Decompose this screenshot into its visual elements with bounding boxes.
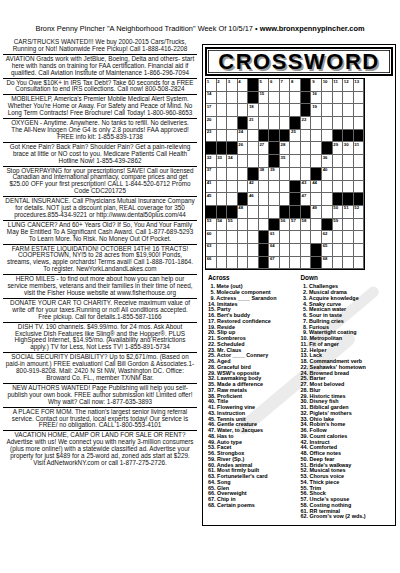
masthead-title: Bronx Penny Pincher "A Neighborhood Trad… xyxy=(35,24,259,33)
grid-cell[interactable] xyxy=(238,181,249,194)
classified-ad: MOBILEHELP, America's Premier Mobile Med… xyxy=(3,95,197,119)
cell-number: 21 xyxy=(249,117,254,122)
classified-ad: NEW AUTHORS WANTED! Page Publishing will… xyxy=(3,384,197,408)
cell-number: 46 xyxy=(249,193,254,198)
grid-cell[interactable] xyxy=(343,117,354,130)
grid-cell[interactable]: 28 xyxy=(280,142,291,155)
grid-cell[interactable] xyxy=(238,104,249,117)
grid-cell[interactable] xyxy=(343,104,354,117)
grid-cell-black xyxy=(248,92,259,105)
cell-number: 33 xyxy=(217,155,222,160)
classified-ad: DISH TV. 190 channels. $49.99/mo. for 24… xyxy=(3,323,197,354)
classified-ad: DONATE YOUR CAR TO CHARITY. Receive maxi… xyxy=(3,299,197,323)
grid-cell[interactable]: 62 xyxy=(322,231,333,244)
grid-cell[interactable] xyxy=(290,231,301,244)
grid-cell[interactable] xyxy=(301,168,312,181)
grid-cell[interactable] xyxy=(343,92,354,105)
grid-cell[interactable] xyxy=(311,117,322,130)
grid-cell[interactable]: 65 xyxy=(322,244,333,257)
grid-cell[interactable]: 3 xyxy=(227,79,238,92)
grid-cell[interactable]: 50 xyxy=(333,206,344,219)
grid-cell[interactable] xyxy=(280,92,291,105)
grid-cell[interactable] xyxy=(248,206,259,219)
grid-cell[interactable]: 41 xyxy=(206,181,217,194)
crossword-box: CROSSWORD 123456789101112131415161718192… xyxy=(202,44,396,526)
grid-cell[interactable] xyxy=(217,117,228,130)
grid-cell[interactable] xyxy=(269,117,280,130)
grid-cell-black xyxy=(311,244,322,257)
cell-number: 56 xyxy=(281,218,286,223)
masthead: Bronx Penny Pincher "A Neighborhood Trad… xyxy=(0,25,400,33)
crossword-clues: Across 1. Mete (out)5. Molecule componen… xyxy=(203,272,395,520)
grid-cell[interactable] xyxy=(311,219,322,232)
grid-cell[interactable] xyxy=(227,181,238,194)
grid-cell[interactable]: 43 xyxy=(301,181,312,194)
cell-number: 39 xyxy=(270,167,275,172)
cell-number: 38 xyxy=(259,167,264,172)
grid-cell[interactable] xyxy=(227,117,238,130)
grid-cell-black xyxy=(227,206,238,219)
classified-ad: DENTAL INSURANCE. Call Physicians Mutual… xyxy=(3,197,197,221)
cell-number: 30 xyxy=(344,142,349,147)
grid-cell[interactable]: 55 xyxy=(227,219,238,232)
grid-cell[interactable] xyxy=(343,219,354,232)
grid-cell[interactable]: 12 xyxy=(343,79,354,92)
grid-cell[interactable] xyxy=(259,155,270,168)
grid-cell[interactable] xyxy=(259,117,270,130)
grid-cell[interactable]: 18 xyxy=(248,104,259,117)
grid-cell[interactable]: 57 xyxy=(290,219,301,232)
newspaper-page: Bronx Penny Pincher "A Neighborhood Trad… xyxy=(0,0,400,573)
down-header: Down xyxy=(301,274,394,281)
grid-cell[interactable] xyxy=(217,231,228,244)
cell-number: 62 xyxy=(323,231,328,236)
cell-number: 1 xyxy=(207,79,209,84)
cell-number: 43 xyxy=(302,180,307,185)
grid-cell[interactable] xyxy=(280,244,291,257)
grid-cell[interactable]: 11 xyxy=(333,79,344,92)
grid-cell[interactable] xyxy=(217,181,228,194)
grid-cell[interactable]: 49 xyxy=(311,206,322,219)
across-header: Across xyxy=(208,274,301,281)
grid-cell[interactable]: 33 xyxy=(217,155,228,168)
grid-cell-black xyxy=(259,231,270,244)
grid-cell[interactable] xyxy=(322,193,333,206)
grid-cell[interactable] xyxy=(248,244,259,257)
grid-cell[interactable]: 16 xyxy=(311,92,322,105)
grid-cell[interactable]: 40 xyxy=(322,168,333,181)
grid-cell[interactable] xyxy=(290,257,301,270)
cell-number: 7 xyxy=(281,79,283,84)
grid-cell[interactable] xyxy=(322,92,333,105)
cell-number: 36 xyxy=(323,155,328,160)
grid-cell-black xyxy=(290,193,301,206)
grid-cell[interactable] xyxy=(343,231,354,244)
grid-cell[interactable] xyxy=(301,231,312,244)
grid-cell-black xyxy=(206,142,217,155)
grid-cell[interactable]: 19 xyxy=(311,104,322,117)
grid-cell[interactable] xyxy=(311,142,322,155)
grid-cell-black xyxy=(248,168,259,181)
grid-cell[interactable] xyxy=(238,92,249,105)
grid-cell[interactable] xyxy=(269,92,280,105)
grid-cell[interactable] xyxy=(248,231,259,244)
grid-cell[interactable] xyxy=(269,193,280,206)
grid-cell[interactable] xyxy=(343,181,354,194)
grid-cell[interactable]: 52 xyxy=(354,206,365,219)
grid-cell[interactable]: 44 xyxy=(311,181,322,194)
cell-number: 57 xyxy=(291,218,296,223)
cell-number: 25 xyxy=(291,129,296,134)
grid-cell[interactable] xyxy=(259,206,270,219)
grid-cell-black xyxy=(354,193,365,206)
grid-cell[interactable] xyxy=(354,244,365,257)
grid-cell[interactable]: 64 xyxy=(269,244,280,257)
grid-cell[interactable]: 31 xyxy=(354,142,365,155)
grid-cell-black xyxy=(333,193,344,206)
grid-cell[interactable] xyxy=(322,117,333,130)
cell-number: 27 xyxy=(259,142,264,147)
cell-number: 4 xyxy=(238,79,240,84)
cell-number: 53 xyxy=(207,218,212,223)
grid-cell[interactable] xyxy=(311,155,322,168)
grid-cell[interactable] xyxy=(238,244,249,257)
cell-number: 51 xyxy=(344,205,349,210)
grid-cell[interactable] xyxy=(259,181,270,194)
grid-cell[interactable] xyxy=(322,181,333,194)
cell-number: 13 xyxy=(354,79,359,84)
grid-cell[interactable] xyxy=(301,142,312,155)
grid-cell[interactable] xyxy=(322,104,333,117)
grid-cell[interactable] xyxy=(354,257,365,270)
grid-cell[interactable] xyxy=(354,168,365,181)
across-clues-list: 1. Mete (out)5. Molecule component9. Act… xyxy=(208,284,301,508)
grid-cell[interactable] xyxy=(259,219,270,232)
grid-cell-black xyxy=(248,79,259,92)
grid-cell[interactable]: 4 xyxy=(238,79,249,92)
grid-cell[interactable] xyxy=(333,92,344,105)
grid-cell[interactable]: 22 xyxy=(301,117,312,130)
grid-cell[interactable] xyxy=(280,104,291,117)
grid-cell[interactable] xyxy=(290,244,301,257)
grid-cell-black xyxy=(259,244,270,257)
cell-number: 60 xyxy=(207,231,212,236)
grid-cell[interactable] xyxy=(238,155,249,168)
grid-cell[interactable] xyxy=(227,92,238,105)
grid-cell[interactable] xyxy=(333,104,344,117)
cell-number: 52 xyxy=(354,205,359,210)
grid-cell[interactable] xyxy=(280,193,291,206)
grid-cell[interactable]: 63 xyxy=(206,244,217,257)
grid-cell[interactable] xyxy=(333,117,344,130)
grid-cell[interactable] xyxy=(280,168,291,181)
cell-number: 63 xyxy=(207,243,212,248)
grid-cell-black xyxy=(301,92,312,105)
grid-cell-black xyxy=(206,206,217,219)
grid-cell[interactable]: 10 xyxy=(322,79,333,92)
grid-cell[interactable] xyxy=(333,244,344,257)
cell-number: 12 xyxy=(344,79,349,84)
grid-cell[interactable] xyxy=(217,257,228,270)
grid-cell[interactable]: 26 xyxy=(238,142,249,155)
grid-cell[interactable]: 9 xyxy=(311,79,322,92)
grid-cell[interactable] xyxy=(354,117,365,130)
classified-ad: CARS/TRUCKS WANTED!!! We buy 2000-2015 C… xyxy=(3,38,197,55)
grid-cell-black xyxy=(217,142,228,155)
grid-cell[interactable] xyxy=(280,257,291,270)
cell-number: 5 xyxy=(259,79,261,84)
cell-number: 19 xyxy=(312,104,317,109)
classified-ad: FARM ESTATE LIQUIDATION! OCTOBER 14TH! 1… xyxy=(3,245,197,276)
grid-cell[interactable]: 67 xyxy=(269,257,280,270)
classifieds-column: CARS/TRUCKS WANTED!!! We buy 2000-2015 C… xyxy=(3,38,197,468)
cell-number: 18 xyxy=(249,104,254,109)
cell-number: 48 xyxy=(238,205,243,210)
grid-cell[interactable]: 7 xyxy=(280,79,291,92)
grid-cell[interactable] xyxy=(290,104,301,117)
grid-cell[interactable]: 37 xyxy=(206,168,217,181)
grid-cell[interactable] xyxy=(269,206,280,219)
cell-number: 47 xyxy=(302,193,307,198)
grid-cell[interactable] xyxy=(311,193,322,206)
grid-cell[interactable] xyxy=(333,257,344,270)
grid-cell[interactable] xyxy=(248,130,259,143)
grid-cell-black xyxy=(259,257,270,270)
grid-cell[interactable]: 36 xyxy=(322,155,333,168)
grid-cell[interactable] xyxy=(354,181,365,194)
grid-cell[interactable] xyxy=(238,257,249,270)
grid-cell[interactable]: 13 xyxy=(354,79,365,92)
cell-number: 61 xyxy=(270,231,275,236)
cell-number: 8 xyxy=(291,79,293,84)
grid-cell[interactable]: 42 xyxy=(248,181,259,194)
classified-ad: LUNG CANCER? And 60+ Years Old? If So, Y… xyxy=(3,221,197,245)
cell-number: 59 xyxy=(333,218,338,223)
grid-cell[interactable] xyxy=(301,244,312,257)
grid-cell[interactable]: 20 xyxy=(206,117,217,130)
grid-cell[interactable] xyxy=(248,142,259,155)
grid-cell[interactable]: 45 xyxy=(206,193,217,206)
cell-number: 2 xyxy=(217,79,219,84)
grid-cell[interactable]: 60 xyxy=(206,231,217,244)
grid-cell[interactable] xyxy=(217,130,228,143)
grid-cell[interactable] xyxy=(322,206,333,219)
grid-cell[interactable]: 14 xyxy=(206,92,217,105)
grid-cell[interactable] xyxy=(290,92,301,105)
grid-cell[interactable] xyxy=(227,231,238,244)
grid-cell[interactable]: 32 xyxy=(206,155,217,168)
cell-number: 6 xyxy=(270,79,272,84)
grid-cell[interactable]: 46 xyxy=(248,193,259,206)
grid-cell[interactable]: 21 xyxy=(248,117,259,130)
grid-cell[interactable]: 8 xyxy=(290,79,301,92)
grid-cell-black xyxy=(354,130,365,143)
grid-cell[interactable]: 53 xyxy=(206,219,217,232)
grid-cell[interactable]: 66 xyxy=(206,257,217,270)
grid-cell[interactable] xyxy=(354,104,365,117)
grid-cell[interactable] xyxy=(227,104,238,117)
crossword-grid: 1234567891011121314151617181920212223242… xyxy=(205,78,365,270)
masthead-url: www.bronxpennypincher.com xyxy=(260,24,365,33)
grid-cell[interactable] xyxy=(217,104,228,117)
cell-number: 35 xyxy=(281,155,286,160)
classified-ad: VACATION HOME, CAMP OR LAND FOR SALE OR … xyxy=(3,431,197,468)
grid-cell[interactable] xyxy=(343,155,354,168)
cell-number: 15 xyxy=(259,91,264,96)
grid-cell[interactable] xyxy=(227,193,238,206)
grid-cell-black xyxy=(290,206,301,219)
grid-cell-black xyxy=(259,130,270,143)
grid-cell[interactable] xyxy=(343,257,354,270)
grid-cell[interactable] xyxy=(227,130,238,143)
grid-cell[interactable]: 59 xyxy=(333,219,344,232)
grid-cell[interactable]: 1 xyxy=(206,79,217,92)
cell-number: 44 xyxy=(312,180,317,185)
cell-number: 68 xyxy=(323,256,328,261)
grid-cell[interactable] xyxy=(217,244,228,257)
grid-cell[interactable] xyxy=(311,130,322,143)
grid-cell[interactable]: 38 xyxy=(259,168,270,181)
grid-cell[interactable] xyxy=(280,181,291,194)
grid-cell[interactable] xyxy=(280,231,291,244)
grid-cell[interactable]: 48 xyxy=(238,206,249,219)
grid-cell[interactable]: 30 xyxy=(343,142,354,155)
grid-cell[interactable]: 6 xyxy=(269,79,280,92)
grid-cell[interactable] xyxy=(322,130,333,143)
grid-cell[interactable] xyxy=(248,155,259,168)
grid-cell-black xyxy=(343,193,354,206)
grid-cell[interactable] xyxy=(343,168,354,181)
cell-number: 66 xyxy=(207,256,212,261)
cell-number: 10 xyxy=(323,79,328,84)
grid-cell[interactable]: 27 xyxy=(259,142,270,155)
grid-cell-black xyxy=(280,206,291,219)
grid-cell-black xyxy=(290,117,301,130)
cell-number: 29 xyxy=(333,142,338,147)
grid-cell[interactable] xyxy=(217,92,228,105)
cell-number: 28 xyxy=(281,142,286,147)
grid-cell[interactable]: 58 xyxy=(301,219,312,232)
cell-number: 40 xyxy=(323,167,328,172)
cell-number: 23 xyxy=(207,129,212,134)
grid-cell[interactable]: 51 xyxy=(343,206,354,219)
grid-cell[interactable] xyxy=(248,257,259,270)
grid-cell[interactable] xyxy=(301,257,312,270)
cell-number: 50 xyxy=(333,205,338,210)
grid-cell-black xyxy=(311,257,322,270)
classified-ad: OXYGEN - Anytime. Anywhere. No tanks to … xyxy=(3,119,197,143)
grid-cell[interactable] xyxy=(227,168,238,181)
grid-cell[interactable] xyxy=(259,193,270,206)
grid-cell[interactable] xyxy=(269,104,280,117)
grid-cell[interactable]: 25 xyxy=(290,130,301,143)
grid-cell[interactable]: 29 xyxy=(333,142,344,155)
grid-cell[interactable] xyxy=(227,257,238,270)
grid-cell[interactable] xyxy=(259,104,270,117)
cell-number: 3 xyxy=(228,79,230,84)
grid-cell[interactable] xyxy=(311,231,322,244)
classified-ad: Do You Owe $10K+ in IRS Tax Debt? Take 6… xyxy=(3,79,197,96)
grid-cell-black xyxy=(269,142,280,155)
grid-cell[interactable] xyxy=(354,219,365,232)
cell-number: 67 xyxy=(270,256,275,261)
grid-cell[interactable]: 2 xyxy=(217,79,228,92)
classified-ad: SOCIAL SECURITY DISABILITY? Up to $2,671… xyxy=(3,353,197,384)
classified-ad: Got Knee Pain? Back Pain? Shoulder Pain?… xyxy=(3,143,197,167)
grid-cell-black xyxy=(333,130,344,143)
grid-cell-black xyxy=(301,206,312,219)
grid-cell[interactable] xyxy=(238,219,249,232)
grid-cell[interactable] xyxy=(217,168,228,181)
grid-cell-black xyxy=(322,219,333,232)
grid-cell[interactable]: 23 xyxy=(206,130,217,143)
grid-cell[interactable] xyxy=(301,155,312,168)
grid-cell[interactable] xyxy=(248,219,259,232)
grid-cell[interactable]: 39 xyxy=(269,168,280,181)
grid-cell-black xyxy=(322,142,333,155)
clue-item: 68. Certain poems xyxy=(208,503,301,509)
grid-cell[interactable] xyxy=(333,181,344,194)
grid-cell[interactable] xyxy=(333,155,344,168)
grid-cell[interactable] xyxy=(333,168,344,181)
cell-number: 31 xyxy=(354,142,359,147)
grid-cell[interactable] xyxy=(280,117,291,130)
grid-cell[interactable] xyxy=(354,231,365,244)
cell-number: 9 xyxy=(312,79,314,84)
cell-number: 65 xyxy=(323,243,328,248)
grid-cell[interactable]: 54 xyxy=(217,219,228,232)
grid-cell[interactable]: 35 xyxy=(280,155,291,168)
grid-cell[interactable]: 17 xyxy=(206,104,217,117)
grid-cell[interactable] xyxy=(343,244,354,257)
down-clues-column: Down 1. Challenges2. Musical drama3. Acq… xyxy=(301,272,394,520)
cell-number: 34 xyxy=(228,155,233,160)
grid-cell[interactable] xyxy=(290,142,301,155)
grid-cell[interactable] xyxy=(333,231,344,244)
grid-cell[interactable] xyxy=(217,193,228,206)
grid-cell[interactable] xyxy=(301,130,312,143)
cell-number: 22 xyxy=(302,117,307,122)
grid-cell-black xyxy=(301,104,312,117)
cell-number: 41 xyxy=(207,180,212,185)
grid-cell[interactable]: 56 xyxy=(280,219,291,232)
cell-number: 58 xyxy=(302,218,307,223)
grid-cell[interactable] xyxy=(354,155,365,168)
classified-ad: A PLACE FOR MOM. The nation's largest se… xyxy=(3,408,197,432)
grid-cell[interactable]: 61 xyxy=(269,231,280,244)
classified-ad: HERO MILES - to find out more about how … xyxy=(3,275,197,299)
grid-cell[interactable] xyxy=(290,155,301,168)
grid-cell-black xyxy=(238,193,249,206)
crossword-logo: CROSSWORD xyxy=(205,47,393,76)
grid-cell[interactable] xyxy=(269,181,280,194)
grid-cell[interactable] xyxy=(238,168,249,181)
grid-cell[interactable]: 5 xyxy=(259,79,270,92)
grid-cell[interactable] xyxy=(238,231,249,244)
grid-cell[interactable]: 47 xyxy=(301,193,312,206)
cell-number: 42 xyxy=(249,180,254,185)
grid-cell[interactable]: 34 xyxy=(227,155,238,168)
grid-cell[interactable] xyxy=(354,92,365,105)
grid-cell[interactable] xyxy=(290,168,301,181)
cell-number: 16 xyxy=(312,91,317,96)
cell-number: 11 xyxy=(333,79,338,84)
cell-number: 54 xyxy=(217,218,222,223)
grid-cell[interactable]: 68 xyxy=(322,257,333,270)
grid-cell[interactable]: 24 xyxy=(238,130,249,143)
grid-cell[interactable] xyxy=(227,244,238,257)
grid-cell[interactable]: 15 xyxy=(259,92,270,105)
